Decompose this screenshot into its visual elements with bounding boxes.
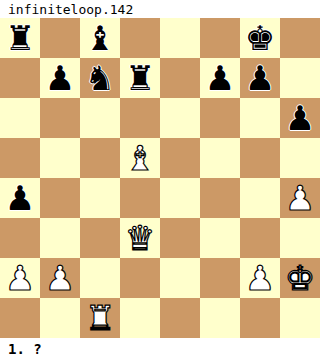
square-c4[interactable] <box>80 178 120 218</box>
square-b7[interactable]: ♟ <box>40 58 80 98</box>
square-e6[interactable] <box>160 98 200 138</box>
square-d5[interactable]: ♝ <box>120 138 160 178</box>
square-h1[interactable] <box>280 298 320 338</box>
square-f7[interactable]: ♟ <box>200 58 240 98</box>
square-h4[interactable]: ♟ <box>280 178 320 218</box>
square-c1[interactable]: ♜ <box>80 298 120 338</box>
square-a1[interactable] <box>0 298 40 338</box>
square-h2[interactable]: ♚ <box>280 258 320 298</box>
square-g4[interactable] <box>240 178 280 218</box>
square-f3[interactable] <box>200 218 240 258</box>
square-d4[interactable] <box>120 178 160 218</box>
square-c2[interactable] <box>80 258 120 298</box>
black-pawn-piece[interactable]: ♟ <box>45 58 75 98</box>
square-e4[interactable] <box>160 178 200 218</box>
chess-board: ♜♝♚♟♞♜♟♟♟♝♟♟♛♟♟♟♚♜ <box>0 18 320 338</box>
square-c8[interactable]: ♝ <box>80 18 120 58</box>
white-pawn-piece[interactable]: ♟ <box>45 258 75 298</box>
square-h8[interactable] <box>280 18 320 58</box>
white-queen-piece[interactable]: ♛ <box>125 218 155 258</box>
square-h3[interactable] <box>280 218 320 258</box>
square-h7[interactable] <box>280 58 320 98</box>
square-c7[interactable]: ♞ <box>80 58 120 98</box>
black-pawn-piece[interactable]: ♟ <box>5 178 35 218</box>
square-b8[interactable] <box>40 18 80 58</box>
square-e1[interactable] <box>160 298 200 338</box>
square-a2[interactable]: ♟ <box>0 258 40 298</box>
white-bishop-piece[interactable]: ♝ <box>125 138 155 178</box>
black-rook-piece[interactable]: ♜ <box>5 18 35 58</box>
square-a6[interactable] <box>0 98 40 138</box>
square-g7[interactable]: ♟ <box>240 58 280 98</box>
square-g3[interactable] <box>240 218 280 258</box>
square-g2[interactable]: ♟ <box>240 258 280 298</box>
square-f4[interactable] <box>200 178 240 218</box>
square-a4[interactable]: ♟ <box>0 178 40 218</box>
square-a8[interactable]: ♜ <box>0 18 40 58</box>
square-g8[interactable]: ♚ <box>240 18 280 58</box>
square-f8[interactable] <box>200 18 240 58</box>
square-b3[interactable] <box>40 218 80 258</box>
black-pawn-piece[interactable]: ♟ <box>245 58 275 98</box>
square-a3[interactable] <box>0 218 40 258</box>
black-king-piece[interactable]: ♚ <box>245 18 275 58</box>
square-h5[interactable] <box>280 138 320 178</box>
square-g5[interactable] <box>240 138 280 178</box>
white-rook-piece[interactable]: ♜ <box>85 298 115 338</box>
square-f1[interactable] <box>200 298 240 338</box>
square-b5[interactable] <box>40 138 80 178</box>
white-pawn-piece[interactable]: ♟ <box>245 258 275 298</box>
white-pawn-piece[interactable]: ♟ <box>285 178 315 218</box>
square-c5[interactable] <box>80 138 120 178</box>
square-e5[interactable] <box>160 138 200 178</box>
square-c6[interactable] <box>80 98 120 138</box>
black-pawn-piece[interactable]: ♟ <box>285 98 315 138</box>
square-b6[interactable] <box>40 98 80 138</box>
black-pawn-piece[interactable]: ♟ <box>205 58 235 98</box>
square-d8[interactable] <box>120 18 160 58</box>
square-b4[interactable] <box>40 178 80 218</box>
square-h6[interactable]: ♟ <box>280 98 320 138</box>
square-a5[interactable] <box>0 138 40 178</box>
white-king-piece[interactable]: ♚ <box>285 258 315 298</box>
square-e7[interactable] <box>160 58 200 98</box>
black-rook-piece[interactable]: ♜ <box>125 58 155 98</box>
square-e3[interactable] <box>160 218 200 258</box>
square-g1[interactable] <box>240 298 280 338</box>
white-pawn-piece[interactable]: ♟ <box>5 258 35 298</box>
square-b1[interactable] <box>40 298 80 338</box>
square-d2[interactable] <box>120 258 160 298</box>
square-b2[interactable]: ♟ <box>40 258 80 298</box>
puzzle-title: infiniteloop.142 <box>0 0 320 18</box>
square-e2[interactable] <box>160 258 200 298</box>
square-g6[interactable] <box>240 98 280 138</box>
square-f6[interactable] <box>200 98 240 138</box>
square-f5[interactable] <box>200 138 240 178</box>
black-bishop-piece[interactable]: ♝ <box>85 18 115 58</box>
square-a7[interactable] <box>0 58 40 98</box>
move-prompt: 1. ? <box>0 338 320 360</box>
square-e8[interactable] <box>160 18 200 58</box>
square-d1[interactable] <box>120 298 160 338</box>
square-f2[interactable] <box>200 258 240 298</box>
square-d7[interactable]: ♜ <box>120 58 160 98</box>
square-d6[interactable] <box>120 98 160 138</box>
square-c3[interactable] <box>80 218 120 258</box>
black-knight-piece[interactable]: ♞ <box>85 58 115 98</box>
square-d3[interactable]: ♛ <box>120 218 160 258</box>
